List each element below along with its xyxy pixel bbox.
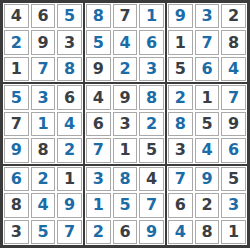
sudoku-block: 217859346 [166, 83, 248, 164]
sudoku-cell[interactable]: 1 [221, 220, 246, 244]
sudoku-cell[interactable]: 8 [195, 220, 220, 244]
sudoku-cell[interactable]: 2 [168, 85, 193, 109]
sudoku-cell[interactable]: 8 [4, 193, 29, 217]
sudoku-cell[interactable]: 5 [113, 193, 138, 217]
sudoku-cell[interactable]: 2 [139, 112, 164, 136]
sudoku-cell[interactable]: 3 [113, 112, 138, 136]
sudoku-cell[interactable]: 5 [168, 57, 193, 81]
sudoku-cell[interactable]: 6 [31, 4, 56, 28]
sudoku-cell[interactable]: 3 [4, 220, 29, 244]
sudoku-cell[interactable]: 5 [195, 112, 220, 136]
sudoku-cell[interactable]: 3 [31, 85, 56, 109]
sudoku-cell[interactable]: 2 [31, 167, 56, 191]
sudoku-cell[interactable]: 3 [195, 4, 220, 28]
sudoku-cell[interactable]: 6 [86, 112, 111, 136]
sudoku-cell[interactable]: 7 [86, 138, 111, 162]
sudoku-block: 621849357 [2, 165, 84, 246]
sudoku-cell[interactable]: 9 [31, 30, 56, 54]
sudoku-cell[interactable]: 1 [168, 30, 193, 54]
sudoku-cell[interactable]: 5 [31, 220, 56, 244]
sudoku-cell[interactable]: 8 [221, 30, 246, 54]
sudoku-cell[interactable]: 4 [4, 4, 29, 28]
sudoku-cell[interactable]: 7 [139, 193, 164, 217]
sudoku-cell[interactable]: 6 [221, 138, 246, 162]
sudoku-cell[interactable]: 4 [113, 30, 138, 54]
sudoku-cell[interactable]: 7 [31, 57, 56, 81]
sudoku-cell[interactable]: 2 [86, 220, 111, 244]
sudoku-cell[interactable]: 2 [113, 57, 138, 81]
sudoku-cell[interactable]: 2 [4, 30, 29, 54]
sudoku-block: 932178564 [166, 2, 248, 83]
sudoku-cell[interactable]: 1 [113, 138, 138, 162]
sudoku-cell[interactable]: 2 [221, 4, 246, 28]
sudoku-cell[interactable]: 3 [57, 30, 82, 54]
sudoku-cell[interactable]: 3 [221, 193, 246, 217]
sudoku-cell[interactable]: 1 [31, 112, 56, 136]
sudoku-cell[interactable]: 9 [86, 57, 111, 81]
sudoku-cell[interactable]: 8 [113, 167, 138, 191]
sudoku-cell[interactable]: 7 [113, 4, 138, 28]
sudoku-cell[interactable]: 9 [195, 167, 220, 191]
sudoku-cell[interactable]: 4 [31, 193, 56, 217]
sudoku-block: 795623481 [166, 165, 248, 246]
sudoku-cell[interactable]: 9 [4, 138, 29, 162]
sudoku-cell[interactable]: 8 [139, 85, 164, 109]
sudoku-board: 4652931788715469239321785645367149824986… [0, 0, 250, 248]
sudoku-cell[interactable]: 2 [195, 193, 220, 217]
sudoku-cell[interactable]: 4 [139, 167, 164, 191]
sudoku-cell[interactable]: 9 [139, 220, 164, 244]
sudoku-cell[interactable]: 4 [86, 85, 111, 109]
sudoku-cell[interactable]: 6 [4, 167, 29, 191]
sudoku-cell[interactable]: 4 [221, 57, 246, 81]
sudoku-cell[interactable]: 8 [57, 57, 82, 81]
sudoku-cell[interactable]: 7 [57, 220, 82, 244]
sudoku-cell[interactable]: 6 [57, 85, 82, 109]
sudoku-block: 498632715 [84, 83, 166, 164]
sudoku-block: 465293178 [2, 2, 84, 83]
sudoku-cell[interactable]: 4 [168, 220, 193, 244]
sudoku-cell[interactable]: 6 [113, 220, 138, 244]
sudoku-cell[interactable]: 9 [221, 112, 246, 136]
sudoku-cell[interactable]: 7 [221, 85, 246, 109]
sudoku-cell[interactable]: 5 [139, 138, 164, 162]
sudoku-cell[interactable]: 7 [168, 167, 193, 191]
sudoku-cell[interactable]: 1 [57, 167, 82, 191]
sudoku-cell[interactable]: 9 [113, 85, 138, 109]
sudoku-cell[interactable]: 8 [168, 112, 193, 136]
sudoku-cell[interactable]: 7 [4, 112, 29, 136]
sudoku-cell[interactable]: 5 [86, 30, 111, 54]
sudoku-cell[interactable]: 1 [195, 85, 220, 109]
sudoku-cell[interactable]: 4 [195, 138, 220, 162]
sudoku-cell[interactable]: 8 [86, 4, 111, 28]
sudoku-cell[interactable]: 3 [168, 138, 193, 162]
sudoku-cell[interactable]: 5 [4, 85, 29, 109]
sudoku-cell[interactable]: 9 [57, 193, 82, 217]
sudoku-cell[interactable]: 1 [4, 57, 29, 81]
sudoku-cell[interactable]: 5 [57, 4, 82, 28]
sudoku-cell[interactable]: 1 [139, 4, 164, 28]
sudoku-cell[interactable]: 6 [168, 193, 193, 217]
sudoku-block: 536714982 [2, 83, 84, 164]
sudoku-cell[interactable]: 1 [86, 193, 111, 217]
sudoku-cell[interactable]: 2 [57, 138, 82, 162]
sudoku-cell[interactable]: 7 [195, 30, 220, 54]
sudoku-cell[interactable]: 6 [139, 30, 164, 54]
sudoku-cell[interactable]: 4 [57, 112, 82, 136]
sudoku-cell[interactable]: 6 [195, 57, 220, 81]
sudoku-block: 384157269 [84, 165, 166, 246]
sudoku-cell[interactable]: 3 [86, 167, 111, 191]
sudoku-cell[interactable]: 8 [31, 138, 56, 162]
sudoku-block: 871546923 [84, 2, 166, 83]
sudoku-cell[interactable]: 9 [168, 4, 193, 28]
sudoku-cell[interactable]: 3 [139, 57, 164, 81]
sudoku-cell[interactable]: 5 [221, 167, 246, 191]
